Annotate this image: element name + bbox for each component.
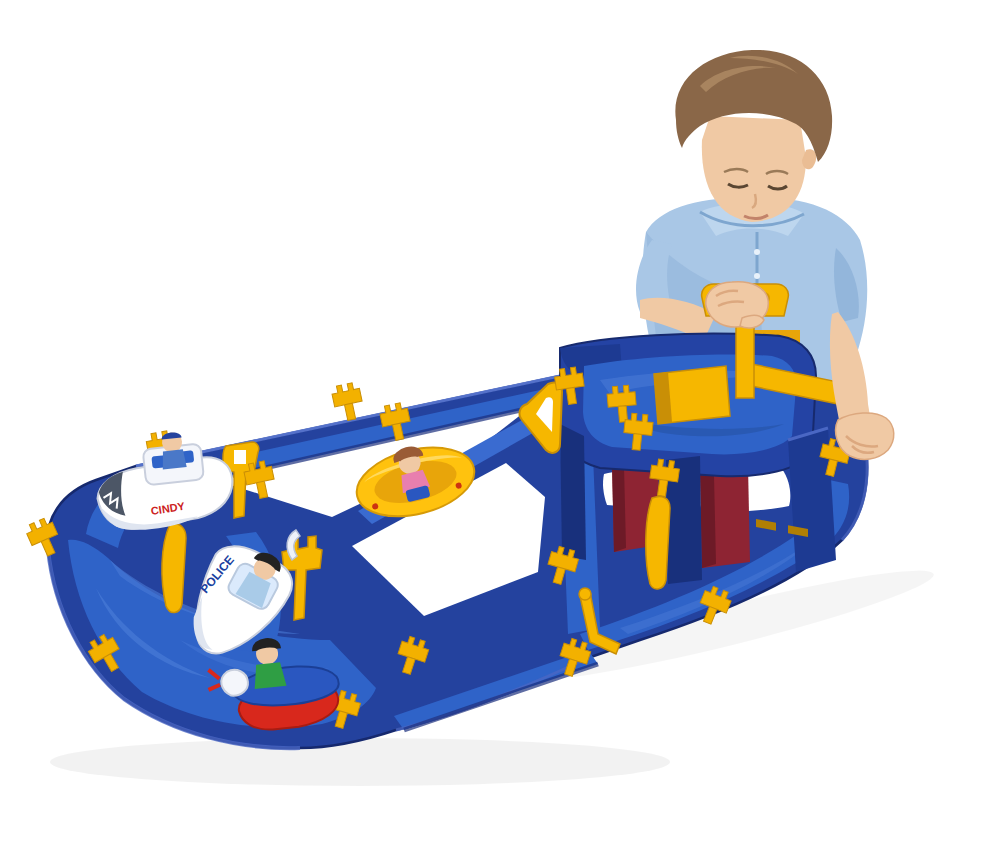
tower-left-wall	[560, 424, 586, 560]
red-support-block-side	[612, 462, 626, 552]
ferry-figure-body	[161, 449, 187, 469]
ferry-crane-hole	[234, 450, 246, 464]
red-support-block-side	[700, 472, 716, 568]
ground-shadow	[50, 738, 670, 786]
flat-paddle	[646, 496, 670, 588]
boy-button	[754, 273, 760, 279]
boy-button	[754, 249, 760, 255]
crank-knob	[579, 588, 591, 600]
scene-illustration: CINDY POLICE	[0, 0, 1000, 841]
product-photo: CINDY POLICE	[0, 0, 1000, 841]
canal-gate	[162, 524, 186, 613]
clamp-icon	[331, 381, 366, 422]
